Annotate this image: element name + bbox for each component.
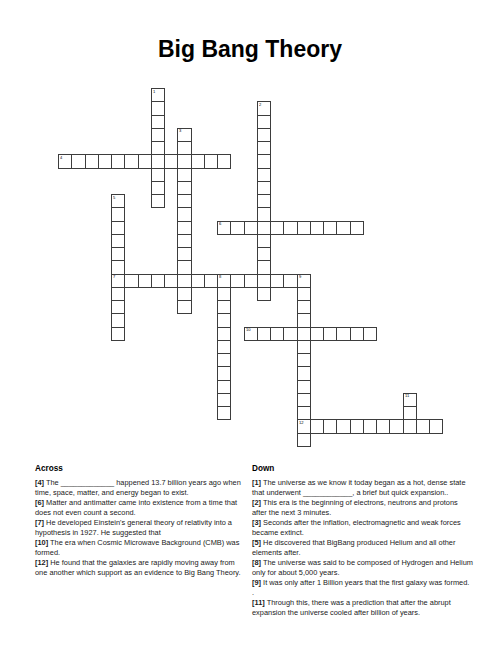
grid-cell[interactable] [336,327,350,341]
grid-cell[interactable] [217,340,231,354]
grid-cell[interactable] [297,393,311,407]
grid-cell[interactable] [389,419,403,433]
grid-cell[interactable] [283,327,297,341]
down-clues-section: Down [1] The universe as we know it toda… [252,464,473,618]
grid-cell[interactable] [111,327,125,341]
grid-cell[interactable]: 11 [403,393,417,407]
grid-cell[interactable] [217,313,231,327]
clue-text: It was only after 1 Billion years that t… [252,578,469,597]
grid-cell[interactable] [230,221,244,235]
grid-cell[interactable] [204,274,218,288]
cell-number: 1 [153,90,155,94]
clue-number: [9] [252,578,261,587]
cell-number: 6 [219,222,221,226]
clue-number: [7] [35,518,44,527]
across-clue-4: [4] The _____________ happened 13.7 bill… [35,478,249,498]
clue-text: The universe as we know it today began a… [252,478,466,497]
clue-text: Seconds after the inflation, electromagn… [252,518,461,537]
grid-cell[interactable] [244,274,258,288]
crossword-grid: 123456789101112 [58,88,444,447]
across-clue-6: [6] Matter and antimatter came into exis… [35,498,249,518]
grid-cell[interactable] [323,327,337,341]
clue-text: Through this, there was a prediction tha… [252,598,451,617]
grid-cell[interactable] [111,207,125,221]
cell-number: 5 [113,196,115,200]
grid-cell[interactable]: 1 [151,88,165,102]
grid-cell[interactable] [297,221,311,235]
down-clue-8: [8] The universe was said to be composed… [252,558,473,578]
grid-cell[interactable] [111,221,125,235]
down-clue-9: [9] It was only after 1 Billion years th… [252,578,473,598]
grid-cell[interactable]: 9 [297,274,311,288]
across-clue-7: [7] He developed Einstein's general theo… [35,518,249,538]
grid-cell[interactable] [124,154,138,168]
grid-cell[interactable] [257,168,271,182]
grid-cell[interactable] [257,181,271,195]
grid-cell[interactable] [257,247,271,261]
grid-cell[interactable] [177,234,191,248]
grid-cell[interactable] [257,327,271,341]
cell-number: 12 [299,421,304,425]
grid-cell[interactable] [111,287,125,301]
down-clue-2: [2] This era is the beginning of electro… [252,498,473,518]
grid-cell[interactable] [257,154,271,168]
grid-cell[interactable] [416,419,430,433]
grid-cell[interactable] [85,154,99,168]
grid-cell[interactable] [217,327,231,341]
clue-text: He discovered that BigBang produced Heli… [252,538,455,557]
grid-cell[interactable]: 8 [217,274,231,288]
clue-number: [1] [252,478,261,487]
clue-text: The _____________ happened 13.7 billion … [35,478,241,497]
grid-cell[interactable]: 6 [217,221,231,235]
grid-cell[interactable] [350,327,364,341]
clue-text: He found that the galaxies are rapidly m… [35,558,241,577]
grid-cell[interactable] [244,221,258,235]
grid-cell[interactable] [177,300,191,314]
clue-number: [8] [252,558,261,567]
grid-cell[interactable] [257,207,271,221]
clue-text: The era when Cosmic Microwave Background… [35,538,239,557]
grid-cell[interactable] [164,274,178,288]
clue-text: He developed Einstein's general theory o… [35,518,232,537]
grid-cell[interactable] [323,221,337,235]
grid-cell[interactable] [177,260,191,274]
grid-cell[interactable] [111,247,125,261]
down-clue-5: [5] He discovered that BigBang produced … [252,538,473,558]
grid-cell[interactable] [111,260,125,274]
grid-cell[interactable] [177,274,191,288]
across-clue-10: [10] The era when Cosmic Microwave Backg… [35,538,249,558]
grid-cell[interactable] [310,221,324,235]
clue-number: [5] [252,538,261,547]
clue-text: The universe was said to be composed of … [252,558,473,577]
grid-cell[interactable] [257,141,271,155]
grid-cell[interactable] [177,221,191,235]
grid-cell[interactable] [138,274,152,288]
across-clues-section: Across [4] The _____________ happened 13… [35,464,249,578]
grid-cell[interactable] [230,274,244,288]
cell-number: 8 [219,275,221,279]
grid-cell[interactable] [151,168,165,182]
grid-cell[interactable] [177,154,191,168]
grid-cell[interactable] [151,141,165,155]
grid-cell[interactable] [257,287,271,301]
grid-cell[interactable] [151,274,165,288]
clue-number: [10] [35,538,48,547]
grid-cell[interactable] [297,313,311,327]
grid-cell[interactable] [217,380,231,394]
grid-cell[interactable] [403,419,417,433]
clue-number: [4] [35,478,44,487]
grid-cell[interactable]: 10 [244,327,258,341]
clue-number: [6] [35,498,44,507]
cell-number: 3 [179,129,181,133]
cell-number: 2 [259,103,261,107]
grid-cell[interactable] [297,366,311,380]
grid-cell[interactable] [270,274,284,288]
down-clue-3: [3] Seconds after the inflation, electro… [252,518,473,538]
grid-cell[interactable] [124,274,138,288]
across-clue-list: [4] The _____________ happened 13.7 bill… [35,478,249,578]
cell-number: 7 [113,275,115,279]
grid-cell[interactable] [283,274,297,288]
grid-cell[interactable] [177,207,191,221]
grid-cell[interactable] [297,406,311,420]
grid-cell[interactable] [177,194,191,208]
grid-cell[interactable] [297,287,311,301]
down-clue-list: [1] The universe as we know it today beg… [252,478,473,618]
clue-number: [12] [35,558,48,567]
grid-cell[interactable] [177,168,191,182]
cell-number: 4 [60,156,62,160]
grid-cell[interactable] [151,115,165,129]
grid-cell[interactable] [350,221,364,235]
grid-cell[interactable] [257,221,271,235]
grid-cell[interactable] [257,128,271,142]
grid-cell[interactable] [297,433,311,447]
clue-number: [3] [252,518,261,527]
grid-cell[interactable] [151,154,165,168]
grid-cell[interactable] [217,300,231,314]
across-header: Across [35,464,249,474]
grid-cell[interactable] [429,419,443,433]
clue-text: This era is the beginning of electrons, … [252,498,458,517]
grid-cell[interactable] [270,221,284,235]
grid-cell[interactable] [257,194,271,208]
grid-cell[interactable] [283,221,297,235]
down-clue-11: [11] Through this, there was a predictio… [252,598,473,618]
grid-cell[interactable] [403,406,417,420]
grid-cell[interactable] [151,128,165,142]
grid-cell[interactable] [376,419,390,433]
across-clue-12: [12] He found that the galaxies are rapi… [35,558,249,578]
cell-number: 9 [299,275,301,279]
grid-cell[interactable]: 7 [111,274,125,288]
grid-cell[interactable] [111,154,125,168]
grid-cell[interactable] [217,287,231,301]
grid-cell[interactable] [98,154,112,168]
grid-cell[interactable] [310,327,324,341]
grid-cell[interactable] [151,181,165,195]
grid-cell[interactable] [71,154,85,168]
grid-cell[interactable] [111,313,125,327]
grid-cell[interactable] [257,260,271,274]
grid-cell[interactable]: 12 [297,419,311,433]
clue-text: Matter and antimatter came into existenc… [35,498,237,517]
grid-cell[interactable] [177,247,191,261]
page-title: Big Bang Theory [0,38,500,61]
grid-cell[interactable]: 4 [58,154,72,168]
grid-cell[interactable] [151,101,165,115]
grid-cell[interactable] [164,154,178,168]
grid-cell[interactable] [297,300,311,314]
grid-cell[interactable] [297,353,311,367]
grid-cell[interactable] [191,154,205,168]
grid-cell[interactable] [297,340,311,354]
grid-cell[interactable] [363,419,377,433]
grid-cell[interactable] [257,115,271,129]
grid-cell[interactable] [336,221,350,235]
grid-cell[interactable]: 2 [257,101,271,115]
grid-cell[interactable] [138,154,152,168]
grid-cell[interactable] [310,419,324,433]
grid-cell[interactable] [270,327,284,341]
grid-cell[interactable] [297,380,311,394]
grid-cell[interactable]: 3 [177,128,191,142]
grid-cell[interactable] [177,181,191,195]
grid-cell[interactable] [350,419,364,433]
grid-cell[interactable] [111,300,125,314]
grid-cell[interactable] [151,194,165,208]
grid-cell[interactable] [217,393,231,407]
clue-number: [2] [252,498,261,507]
down-header: Down [252,464,473,474]
grid-cell[interactable]: 5 [111,194,125,208]
grid-cell[interactable] [217,154,231,168]
grid-cell[interactable] [297,327,311,341]
grid-cell[interactable] [177,287,191,301]
grid-cell[interactable] [111,234,125,248]
down-clue-1: [1] The universe as we know it today beg… [252,478,473,498]
grid-cell[interactable] [336,419,350,433]
cell-number: 10 [246,328,251,332]
cell-number: 11 [405,394,409,398]
grid-cell[interactable] [177,141,191,155]
grid-cell[interactable] [204,154,218,168]
grid-cell[interactable] [217,406,231,420]
grid-cell[interactable] [323,419,337,433]
grid-cell[interactable] [217,366,231,380]
grid-cell[interactable] [363,327,377,341]
grid-cell[interactable] [257,234,271,248]
clue-number: [11] [252,598,265,607]
grid-cell[interactable] [191,274,205,288]
grid-cell[interactable] [257,274,271,288]
grid-cell[interactable] [217,353,231,367]
